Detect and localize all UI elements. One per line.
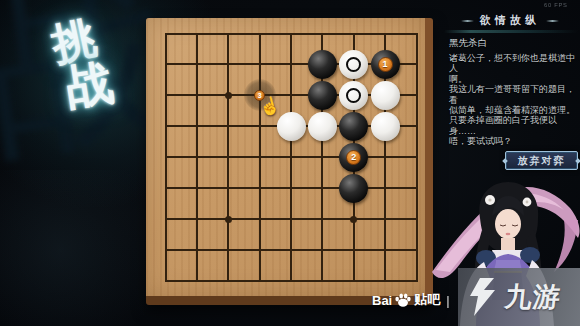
baidu-tieba-watermark: Bai 贴吧 | — [372, 291, 450, 309]
white-stone — [371, 81, 400, 110]
circle-mark — [346, 57, 361, 72]
move-number-badge: 2 — [346, 150, 361, 165]
board-grid-line — [165, 156, 418, 158]
black-stone: 1 — [371, 50, 400, 79]
star-point — [350, 216, 357, 223]
black-stone — [308, 50, 337, 79]
black-stone — [339, 112, 368, 141]
white-stone — [308, 112, 337, 141]
board-grid-line — [165, 249, 418, 251]
dialog-line: 啊。 — [449, 74, 577, 84]
star-point — [225, 216, 232, 223]
challenge-char-2: 战 — [61, 51, 117, 121]
baidu-watermark-suffix: 贴吧 — [414, 291, 440, 309]
title-ornament-right — [546, 20, 559, 22]
ninegame-watermark: 九游 — [458, 268, 580, 326]
baidu-watermark-prefix: Bai — [372, 293, 392, 308]
baidu-paw-icon — [394, 291, 412, 309]
black-stone: 2 — [339, 143, 368, 172]
board-grid-line — [416, 33, 418, 283]
circle-mark — [346, 88, 361, 103]
title-ornament-left — [461, 20, 474, 22]
white-stone — [339, 50, 368, 79]
puzzle-goal: 黑先杀白 — [449, 37, 487, 50]
white-stone — [339, 81, 368, 110]
white-stone — [371, 112, 400, 141]
black-stone — [308, 81, 337, 110]
dialog-line: 只要杀掉画圈的白子我便以身…… — [449, 115, 577, 136]
dialog-line: 我这儿有一道哥哥留下的题目，看 — [449, 84, 577, 105]
dialog-line: 似简单，却蕴含着精深的道理。 — [449, 105, 577, 115]
board-grid-line — [165, 187, 418, 189]
game-screen: 战 挑 战 13☝2 欲情故纵 黑先杀白 诸葛公子，想不到你也是棋道中人 啊。 … — [0, 0, 580, 326]
challenge-banner: 挑 战 — [0, 0, 150, 160]
npc-dialog-text: 诸葛公子，想不到你也是棋道中人 啊。 我这儿有一道哥哥留下的题目，看 似简单，却… — [449, 53, 577, 147]
dialog-line: 诸葛公子，想不到你也是棋道中人 — [449, 53, 577, 74]
board-grid-line — [165, 280, 418, 282]
move-number-badge: 1 — [378, 57, 393, 72]
puzzle-title: 欲情故纵 — [480, 13, 540, 28]
watermark-separator: | — [446, 293, 449, 308]
fps-counter: 60 FPS — [544, 2, 568, 8]
dialog-line: 唔，要试试吗？ — [449, 136, 577, 146]
black-stone — [339, 174, 368, 203]
board-grid-line — [165, 218, 418, 220]
hand-cursor: ☝ — [256, 94, 282, 120]
white-stone — [277, 112, 306, 141]
ninegame-logo-icon — [468, 278, 498, 316]
title-divider — [444, 30, 578, 33]
go-board[interactable]: 13☝2 — [146, 18, 433, 305]
star-point — [225, 92, 232, 99]
ninegame-watermark-text: 九游 — [503, 279, 563, 315]
